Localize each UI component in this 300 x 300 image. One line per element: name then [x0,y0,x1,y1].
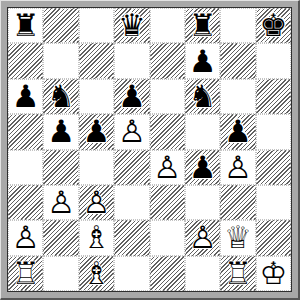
piece-fill-layer: ♞ [185,79,220,114]
square-b3: ♟♙ [43,185,78,220]
white-bishop-c2: ♝♗ [79,220,114,255]
black-pawn-f7: ♟ [185,43,220,78]
black-pawn-g5: ♟ [220,114,255,149]
square-c5: ♟ [79,114,114,149]
square-b8 [43,8,78,43]
square-f8: ♜ [185,8,220,43]
chess-board: ♜♛♜♚♟♟♞♟♞♟♟♟♙♟♟♙♟♟♙♟♙♟♙♟♙♝♗♟♙♛♕♜♖♝♗♜♖♚♔ [7,7,292,292]
square-h5 [256,114,291,149]
square-g7 [220,43,255,78]
piece-fill-layer: ♚ [256,8,291,43]
white-pawn-g4: ♟♙ [220,150,255,185]
square-c8 [79,8,114,43]
square-h1: ♚♔ [256,256,291,291]
square-c3: ♟♙ [79,185,114,220]
white-pawn-e4: ♟♙ [150,150,185,185]
square-c7 [79,43,114,78]
square-g2: ♛♕ [220,220,255,255]
piece-fill-layer: ♟ [8,79,43,114]
square-c2: ♝♗ [79,220,114,255]
square-a2: ♟♙ [8,220,43,255]
square-g1: ♜♖ [220,256,255,291]
piece-outline-layer: ♙ [8,220,43,255]
white-pawn-a2: ♟♙ [8,220,43,255]
square-f6: ♞ [185,79,220,114]
square-h4 [256,150,291,185]
square-g4: ♟♙ [220,150,255,185]
white-pawn-b3: ♟♙ [43,185,78,220]
square-a1: ♜♖ [8,256,43,291]
square-b7 [43,43,78,78]
square-e8 [150,8,185,43]
square-b2 [43,220,78,255]
square-f7: ♟ [185,43,220,78]
square-b4 [43,150,78,185]
piece-outline-layer: ♙ [114,114,149,149]
white-rook-a1: ♜♖ [8,256,43,291]
piece-fill-layer: ♞ [43,79,78,114]
black-rook-f8: ♜ [185,8,220,43]
piece-fill-layer: ♛ [114,8,149,43]
white-rook-g1: ♜♖ [220,256,255,291]
black-pawn-c5: ♟ [79,114,114,149]
square-e2 [150,220,185,255]
square-b1 [43,256,78,291]
square-f4: ♟ [185,150,220,185]
black-pawn-d6: ♟ [114,79,149,114]
piece-outline-layer: ♙ [220,150,255,185]
black-knight-f6: ♞ [185,79,220,114]
white-pawn-c3: ♟♙ [79,185,114,220]
square-h3 [256,185,291,220]
white-queen-g2: ♛♕ [220,220,255,255]
square-e3 [150,185,185,220]
black-king-h8: ♚ [256,8,291,43]
square-d7 [114,43,149,78]
white-bishop-c1: ♝♗ [79,256,114,291]
square-a4 [8,150,43,185]
square-c6 [79,79,114,114]
board-frame: ♜♛♜♚♟♟♞♟♞♟♟♟♙♟♟♙♟♟♙♟♙♟♙♟♙♝♗♟♙♛♕♜♖♝♗♜♖♚♔ [0,0,300,300]
black-pawn-a6: ♟ [8,79,43,114]
square-g3 [220,185,255,220]
piece-outline-layer: ♙ [185,220,220,255]
square-a3 [8,185,43,220]
piece-fill-layer: ♟ [185,150,220,185]
square-b6: ♞ [43,79,78,114]
square-f5 [185,114,220,149]
square-a5 [8,114,43,149]
black-queen-d8: ♛ [114,8,149,43]
square-h7 [256,43,291,78]
square-c1: ♝♗ [79,256,114,291]
piece-fill-layer: ♟ [114,79,149,114]
square-d6: ♟ [114,79,149,114]
piece-fill-layer: ♜ [8,8,43,43]
piece-outline-layer: ♙ [43,185,78,220]
square-d3 [114,185,149,220]
square-f3 [185,185,220,220]
black-pawn-b5: ♟ [43,114,78,149]
square-d1 [114,256,149,291]
square-h8: ♚ [256,8,291,43]
square-a6: ♟ [8,79,43,114]
square-d5: ♟♙ [114,114,149,149]
square-d2 [114,220,149,255]
square-e7 [150,43,185,78]
piece-outline-layer: ♗ [79,256,114,291]
white-king-h1: ♚♔ [256,256,291,291]
square-g8 [220,8,255,43]
piece-outline-layer: ♖ [8,256,43,291]
white-pawn-f2: ♟♙ [185,220,220,255]
piece-fill-layer: ♟ [43,114,78,149]
piece-fill-layer: ♜ [185,8,220,43]
white-pawn-d5: ♟♙ [114,114,149,149]
square-e5 [150,114,185,149]
square-h6 [256,79,291,114]
black-pawn-f4: ♟ [185,150,220,185]
piece-fill-layer: ♟ [220,114,255,149]
square-f1 [185,256,220,291]
black-knight-b6: ♞ [43,79,78,114]
piece-outline-layer: ♕ [220,220,255,255]
piece-outline-layer: ♗ [79,220,114,255]
piece-outline-layer: ♙ [150,150,185,185]
piece-outline-layer: ♔ [256,256,291,291]
square-a7 [8,43,43,78]
square-d4 [114,150,149,185]
square-e1 [150,256,185,291]
piece-fill-layer: ♟ [185,43,220,78]
square-e4: ♟♙ [150,150,185,185]
square-c4 [79,150,114,185]
square-a8: ♜ [8,8,43,43]
square-d8: ♛ [114,8,149,43]
piece-outline-layer: ♖ [220,256,255,291]
square-f2: ♟♙ [185,220,220,255]
square-b5: ♟ [43,114,78,149]
square-e6 [150,79,185,114]
black-rook-a8: ♜ [8,8,43,43]
piece-fill-layer: ♟ [79,114,114,149]
square-g5: ♟ [220,114,255,149]
square-g6 [220,79,255,114]
square-h2 [256,220,291,255]
piece-outline-layer: ♙ [79,185,114,220]
